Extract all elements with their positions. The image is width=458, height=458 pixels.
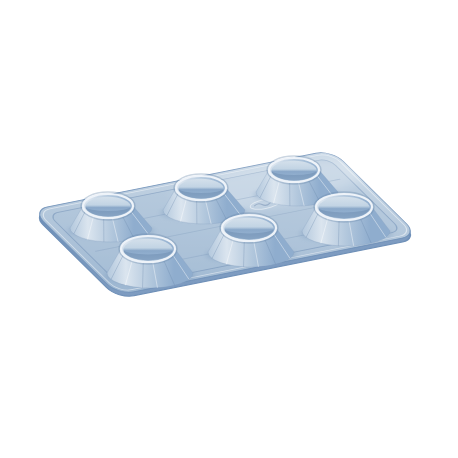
mold-photo xyxy=(0,0,458,458)
product-photo xyxy=(0,0,458,458)
